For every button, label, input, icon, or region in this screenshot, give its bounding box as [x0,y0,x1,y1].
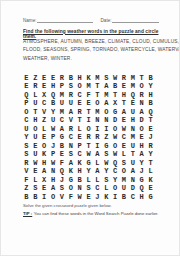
grid-cell-r4c9[interactable]: O [93,99,102,108]
grid-cell-r10c15[interactable]: Y [146,150,155,159]
grid-cell-r4c12[interactable]: T [120,99,129,108]
grid-cell-r5c10[interactable]: O [102,108,111,117]
grid-cell-r11c14[interactable]: Y [137,159,146,168]
grid-cell-r14c6[interactable]: O [66,184,75,193]
grid-cell-r1c14[interactable]: T [137,74,146,83]
grid-cell-r5c14[interactable]: A [137,108,146,117]
grid-cell-r8c8[interactable]: R [84,133,93,142]
grid-cell-r10c14[interactable]: A [137,150,146,159]
grid-cell-r7c12[interactable]: W [120,125,129,134]
grid-cell-r1c9[interactable]: M [93,74,102,83]
grid-cell-r2c9[interactable]: T [93,82,102,91]
grid-cell-r9c5[interactable]: B [57,142,66,151]
grid-cell-r12c5[interactable]: Q [57,167,66,176]
grid-cell-r13c7[interactable]: B [75,176,84,185]
grid-cell-r4c1[interactable]: P [22,99,31,108]
grid-cell-r10c11[interactable]: W [111,150,120,159]
worksheet-page: Name: Date: Find the following weather w… [0,0,180,256]
grid-cell-r2c10[interactable]: A [102,82,111,91]
grid-cell-r5c4[interactable]: Y [49,108,58,117]
grid-cell-r15c11[interactable]: I [111,193,120,202]
grid-cell-r2c8[interactable]: M [84,82,93,91]
grid-cell-r2c12[interactable]: E [120,82,129,91]
grid-cell-r3c12[interactable]: H [120,91,129,100]
grid-cell-r13c9[interactable]: L [93,176,102,185]
grid-cell-r5c7[interactable]: R [75,108,84,117]
grid-cell-r5c3[interactable]: V [40,108,49,117]
grid-cell-r8c5[interactable]: G [57,133,66,142]
grid-cell-r9c13[interactable]: U [128,142,137,151]
grid-cell-r15c12[interactable]: B [120,193,129,202]
grid-cell-r13c10[interactable]: S [102,176,111,185]
grid-cell-r4c13[interactable]: E [128,99,137,108]
grid-cell-r4c2[interactable]: U [31,99,40,108]
grid-cell-r1c12[interactable]: R [120,74,129,83]
grid-cell-r1c3[interactable]: E [40,74,49,83]
grid-cell-r10c8[interactable]: W [84,150,93,159]
grid-cell-r11c7[interactable]: K [75,159,84,168]
grid-cell-r3c4[interactable]: Q [49,91,58,100]
grid-cell-r8c14[interactable]: E [137,133,146,142]
grid-cell-r14c15[interactable]: E [146,184,155,193]
grid-cell-r14c14[interactable]: Q [137,184,146,193]
grid-cell-r10c6[interactable]: S [66,150,75,159]
grid-cell-r9c4[interactable]: J [49,142,58,151]
footer-note: Solve the given crossword puzzle given b… [23,203,168,208]
grid-cell-r2c2[interactable]: R [31,82,40,91]
grid-cell-r8c7[interactable]: E [75,133,84,142]
grid-cell-r2c1[interactable]: E [22,82,31,91]
grid-cell-r7c9[interactable]: I [93,125,102,134]
grid-cell-r8c9[interactable]: R [93,133,102,142]
grid-cell-r5c6[interactable]: A [66,108,75,117]
word-search-grid: EZEERBHKMSWRMTBEREHPSOMTABEMOYQLXQMRCFTM… [22,74,155,202]
word-list-line-3: WEATHER, WINTER. [23,55,165,64]
grid-cell-r10c1[interactable]: S [22,150,31,159]
grid-cell-r14c1[interactable]: Z [22,184,31,193]
grid-cell-r12c1[interactable]: V [22,167,31,176]
grid-cell-r13c12[interactable]: M [120,176,129,185]
grid-cell-r6c13[interactable]: H [128,116,137,125]
grid-cell-r1c5[interactable]: R [57,74,66,83]
grid-cell-r4c7[interactable]: E [75,99,84,108]
grid-cell-r9c1[interactable]: S [22,142,31,151]
grid-cell-r8c13[interactable]: M [128,133,137,142]
grid-cell-r15c6[interactable]: F [66,193,75,202]
grid-cell-r3c11[interactable]: T [111,91,120,100]
grid-cell-r7c6[interactable]: R [66,125,75,134]
grid-cell-r9c6[interactable]: N [66,142,75,151]
grid-cell-r5c1[interactable]: O [22,108,31,117]
grid-cell-r1c13[interactable]: M [128,74,137,83]
grid-cell-r1c2[interactable]: Z [31,74,40,83]
grid-cell-r13c1[interactable]: F [22,176,31,185]
grid-cell-r4c8[interactable]: E [84,99,93,108]
grid-cell-r11c12[interactable]: S [120,159,129,168]
grid-cell-r6c10[interactable]: N [102,116,111,125]
grid-cell-r8c10[interactable]: Z [102,133,111,142]
tip-text: You can find these words in the Word Sea… [34,211,159,216]
grid-cell-r11c9[interactable]: L [93,159,102,168]
grid-cell-r15c4[interactable]: O [49,193,58,202]
grid-cell-r5c11[interactable]: G [111,108,120,117]
grid-cell-r5c5[interactable]: M [57,108,66,117]
grid-cell-r1c15[interactable]: B [146,74,155,83]
grid-cell-r1c1[interactable]: E [22,74,31,83]
grid-cell-r15c9[interactable]: J [93,193,102,202]
grid-cell-r9c15[interactable]: R [146,142,155,151]
grid-cell-r10c10[interactable]: S [102,150,111,159]
grid-cell-r12c13[interactable]: A [128,167,137,176]
grid-cell-r9c9[interactable]: I [93,142,102,151]
grid-cell-r12c10[interactable]: Y [102,167,111,176]
grid-cell-r6c3[interactable]: Z [40,116,49,125]
grid-cell-r15c1[interactable]: B [22,193,31,202]
grid-cell-r12c8[interactable]: Y [84,167,93,176]
grid-cell-r7c4[interactable]: W [49,125,58,134]
grid-cell-r11c10[interactable]: W [102,159,111,168]
grid-cell-r15c8[interactable]: E [84,193,93,202]
grid-cell-r11c2[interactable]: W [31,159,40,168]
grid-cell-r14c8[interactable]: S [84,184,93,193]
grid-cell-r2c5[interactable]: P [57,82,66,91]
grid-cell-r4c5[interactable]: U [57,99,66,108]
grid-cell-r7c2[interactable]: O [31,125,40,134]
grid-cell-r5c9[interactable]: M [93,108,102,117]
grid-cell-r9c12[interactable]: E [120,142,129,151]
grid-cell-r14c11[interactable]: O [111,184,120,193]
grid-cell-r6c5[interactable]: C [57,116,66,125]
grid-cell-r1c8[interactable]: K [84,74,93,83]
grid-cell-r2c4[interactable]: H [49,82,58,91]
grid-cell-r7c13[interactable]: N [128,125,137,134]
grid-cell-r12c12[interactable]: O [120,167,129,176]
grid-cell-r10c4[interactable]: P [49,150,58,159]
grid-cell-r13c2[interactable]: L [31,176,40,185]
grid-cell-r10c2[interactable]: U [31,150,40,159]
grid-cell-r15c13[interactable]: C [128,193,137,202]
grid-cell-r10c3[interactable]: K [40,150,49,159]
grid-cell-r14c13[interactable]: D [128,184,137,193]
grid-cell-r5c13[interactable]: U [128,108,137,117]
grid-cell-r12c11[interactable]: C [111,167,120,176]
grid-cell-r9c3[interactable]: O [40,142,49,151]
grid-cell-r4c15[interactable]: B [146,99,155,108]
grid-cell-r5c2[interactable]: T [31,108,40,117]
grid-cell-r8c12[interactable]: C [120,133,129,142]
grid-cell-r6c1[interactable]: C [22,116,31,125]
grid-cell-r3c6[interactable]: R [66,91,75,100]
grid-cell-r3c2[interactable]: L [31,91,40,100]
grid-cell-r2c13[interactable]: M [128,82,137,91]
grid-cell-r10c9[interactable]: A [93,150,102,159]
grid-cell-r1c4[interactable]: E [49,74,58,83]
grid-cell-r2c7[interactable]: O [75,82,84,91]
grid-cell-r13c4[interactable]: H [49,176,58,185]
grid-cell-r11c3[interactable]: H [40,159,49,168]
grid-cell-r12c6[interactable]: K [66,167,75,176]
grid-cell-r14c2[interactable]: S [31,184,40,193]
grid-cell-r2c15[interactable]: Y [146,82,155,91]
grid-cell-r14c12[interactable]: U [120,184,129,193]
grid-cell-r1c11[interactable]: W [111,74,120,83]
grid-cell-r11c4[interactable]: W [49,159,58,168]
grid-cell-r13c8[interactable]: L [84,176,93,185]
grid-cell-r1c7[interactable]: H [75,74,84,83]
grid-cell-r15c5[interactable]: V [57,193,66,202]
grid-cell-r5c15[interactable]: Q [146,108,155,117]
grid-cell-r8c6[interactable]: C [66,133,75,142]
grid-cell-r12c2[interactable]: E [31,167,40,176]
grid-cell-r11c1[interactable]: R [22,159,31,168]
grid-cell-r11c11[interactable]: Q [111,159,120,168]
grid-cell-r10c7[interactable]: C [75,150,84,159]
grid-cell-r3c13[interactable]: Q [128,91,137,100]
grid-cell-r11c15[interactable]: T [146,159,155,168]
grid-cell-r11c8[interactable]: G [84,159,93,168]
grid-cell-r15c15[interactable]: G [146,193,155,202]
grid-cell-r6c11[interactable]: D [111,116,120,125]
grid-cell-r2c3[interactable]: E [40,82,49,91]
grid-cell-r9c7[interactable]: P [75,142,84,151]
grid-cell-r3c14[interactable]: R [137,91,146,100]
date-label: Date: [101,18,112,23]
grid-cell-r4c11[interactable]: X [111,99,120,108]
grid-cell-r6c7[interactable]: T [75,116,84,125]
grid-cell-r13c5[interactable]: J [57,176,66,185]
grid-cell-r10c13[interactable]: T [128,150,137,159]
grid-cell-r3c10[interactable]: M [102,91,111,100]
grid-cell-r7c15[interactable]: E [146,125,155,134]
grid-cell-r10c12[interactable]: L [120,150,129,159]
grid-cell-r13c14[interactable]: G [137,176,146,185]
name-date-row: Name: Date: [23,18,159,23]
grid-cell-r7c5[interactable]: A [57,125,66,134]
grid-cell-r2c11[interactable]: B [111,82,120,91]
grid-cell-r14c5[interactable]: S [57,184,66,193]
grid-cell-r15c3[interactable]: I [40,193,49,202]
grid-cell-r8c3[interactable]: E [40,133,49,142]
grid-cell-r15c14[interactable]: H [137,193,146,202]
grid-cell-r4c6[interactable]: U [66,99,75,108]
word-list-line-2: FLOOD, SEASONS, SPRING, TORNADO, WATERCY… [23,46,165,55]
grid-cell-r5c8[interactable]: T [84,108,93,117]
grid-cell-r7c7[interactable]: L [75,125,84,134]
grid-cell-r3c1[interactable]: Q [22,91,31,100]
grid-cell-r14c10[interactable]: L [102,184,111,193]
grid-cell-r15c2[interactable]: B [31,193,40,202]
grid-cell-r4c4[interactable]: B [49,99,58,108]
grid-cell-r6c8[interactable]: I [84,116,93,125]
grid-cell-r7c14[interactable]: O [137,125,146,134]
grid-cell-r3c7[interactable]: C [75,91,84,100]
grid-cell-r6c15[interactable]: T [146,116,155,125]
grid-cell-r4c14[interactable]: N [137,99,146,108]
grid-cell-r2c6[interactable]: S [66,82,75,91]
grid-cell-r7c11[interactable]: O [111,125,120,134]
grid-cell-r14c4[interactable]: A [49,184,58,193]
grid-cell-r8c4[interactable]: P [49,133,58,142]
word-list: ATMOSPHERE, AUTUMN, BREEZE, CLIMATE, CLO… [23,38,165,64]
grid-cell-r13c3[interactable]: X [40,176,49,185]
grid-cell-r7c1[interactable]: U [22,125,31,134]
grid-cell-r10c5[interactable]: E [57,150,66,159]
grid-cell-r12c3[interactable]: A [40,167,49,176]
grid-cell-r9c14[interactable]: H [137,142,146,151]
grid-cell-r3c8[interactable]: F [84,91,93,100]
grid-cell-r12c15[interactable]: L [146,167,155,176]
grid-cell-r12c7[interactable]: H [75,167,84,176]
grid-cell-r4c10[interactable]: A [102,99,111,108]
name-input-line[interactable] [37,18,93,23]
grid-cell-r2c14[interactable]: O [137,82,146,91]
grid-cell-r1c6[interactable]: B [66,74,75,83]
grid-cell-r9c2[interactable]: E [31,142,40,151]
grid-cell-r9c10[interactable]: G [102,142,111,151]
tip-label: TIP : [23,211,32,216]
grid-cell-r4c3[interactable]: C [40,99,49,108]
grid-cell-r14c9[interactable]: C [93,184,102,193]
grid-cell-r11c6[interactable]: A [66,159,75,168]
grid-cell-r15c7[interactable]: W [75,193,84,202]
grid-cell-r14c3[interactable]: E [40,184,49,193]
grid-cell-r13c6[interactable]: G [66,176,75,185]
grid-cell-r3c15[interactable]: H [146,91,155,100]
grid-cell-r12c14[interactable]: J [137,167,146,176]
grid-cell-r7c10[interactable]: I [102,125,111,134]
grid-cell-r6c6[interactable]: V [66,116,75,125]
grid-cell-r11c13[interactable]: U [128,159,137,168]
grid-cell-r11c5[interactable]: F [57,159,66,168]
grid-cell-r6c14[interactable]: D [137,116,146,125]
grid-cell-r15c10[interactable]: K [102,193,111,202]
grid-cell-r12c9[interactable]: A [93,167,102,176]
grid-cell-r9c8[interactable]: T [84,142,93,151]
grid-cell-r6c4[interactable]: U [49,116,58,125]
grid-cell-r13c11[interactable]: Y [111,176,120,185]
grid-cell-r12c4[interactable]: N [49,167,58,176]
grid-cell-r3c5[interactable]: M [57,91,66,100]
name-label: Name: [23,18,37,23]
grid-cell-r13c13[interactable]: N [128,176,137,185]
grid-cell-r1c10[interactable]: S [102,74,111,83]
grid-cell-r8c15[interactable]: J [146,133,155,142]
grid-cell-r3c3[interactable]: X [40,91,49,100]
grid-cell-r13c15[interactable]: K [146,176,155,185]
tip-line: TIP :You can find these words in the Wor… [23,211,173,216]
grid-cell-r6c9[interactable]: N [93,116,102,125]
grid-cell-r5c12[interactable]: A [120,108,129,117]
grid-cell-r7c3[interactable]: L [40,125,49,134]
grid-cell-r6c2[interactable]: H [31,116,40,125]
grid-cell-r8c2[interactable]: U [31,133,40,142]
grid-cell-r8c11[interactable]: W [111,133,120,142]
grid-cell-r6c12[interactable]: E [120,116,129,125]
grid-cell-r7c8[interactable]: O [84,125,93,134]
grid-cell-r14c7[interactable]: N [75,184,84,193]
date-input-line[interactable] [112,18,159,23]
grid-cell-r8c1[interactable]: Y [22,133,31,142]
grid-cell-r9c11[interactable]: O [111,142,120,151]
grid-cell-r3c9[interactable]: T [93,91,102,100]
word-list-line-1: ATMOSPHERE, AUTUMN, BREEZE, CLIMATE, CLO… [23,38,165,47]
